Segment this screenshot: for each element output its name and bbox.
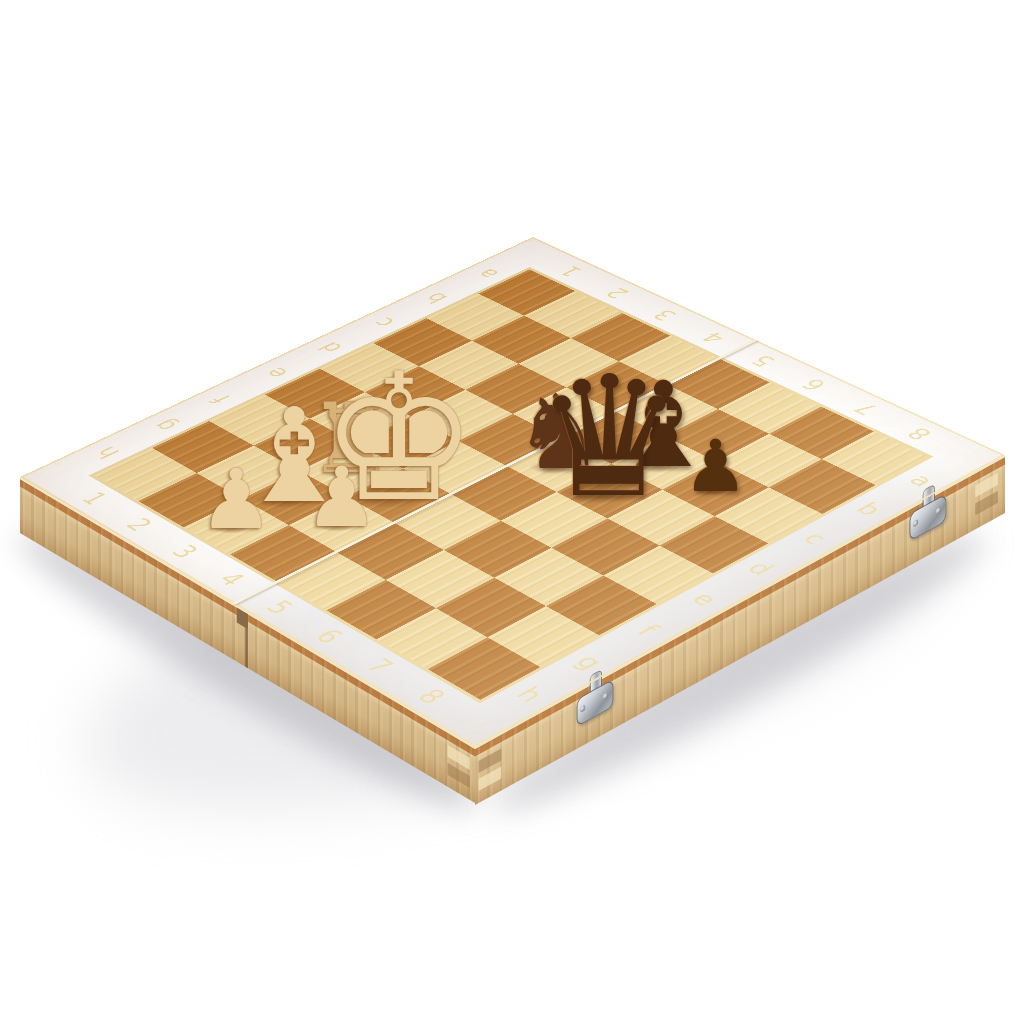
- chess-set-photo: 12345678 12345678 abcdefgh abcdefgh ♚♜♝♟…: [0, 0, 1024, 1024]
- chess-board: 12345678 12345678 abcdefgh abcdefgh: [20, 237, 1005, 747]
